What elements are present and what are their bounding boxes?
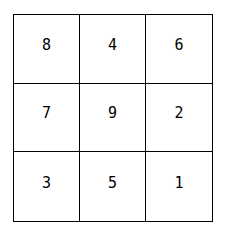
cell-r2c1: 7 <box>14 84 80 153</box>
number-grid-diagram: 8 4 6 7 9 2 3 5 1 <box>0 0 226 235</box>
cell-r2c2: 9 <box>80 84 146 153</box>
cell-r3c2: 5 <box>80 152 146 221</box>
cell-r1c2: 4 <box>80 15 146 84</box>
cell-r3c1: 3 <box>14 152 80 221</box>
cell-r1c1: 8 <box>14 15 80 84</box>
cell-r1c3: 6 <box>146 15 212 84</box>
number-grid: 8 4 6 7 9 2 3 5 1 <box>13 14 213 222</box>
cell-r3c3: 1 <box>146 152 212 221</box>
cell-r2c3: 2 <box>146 84 212 153</box>
